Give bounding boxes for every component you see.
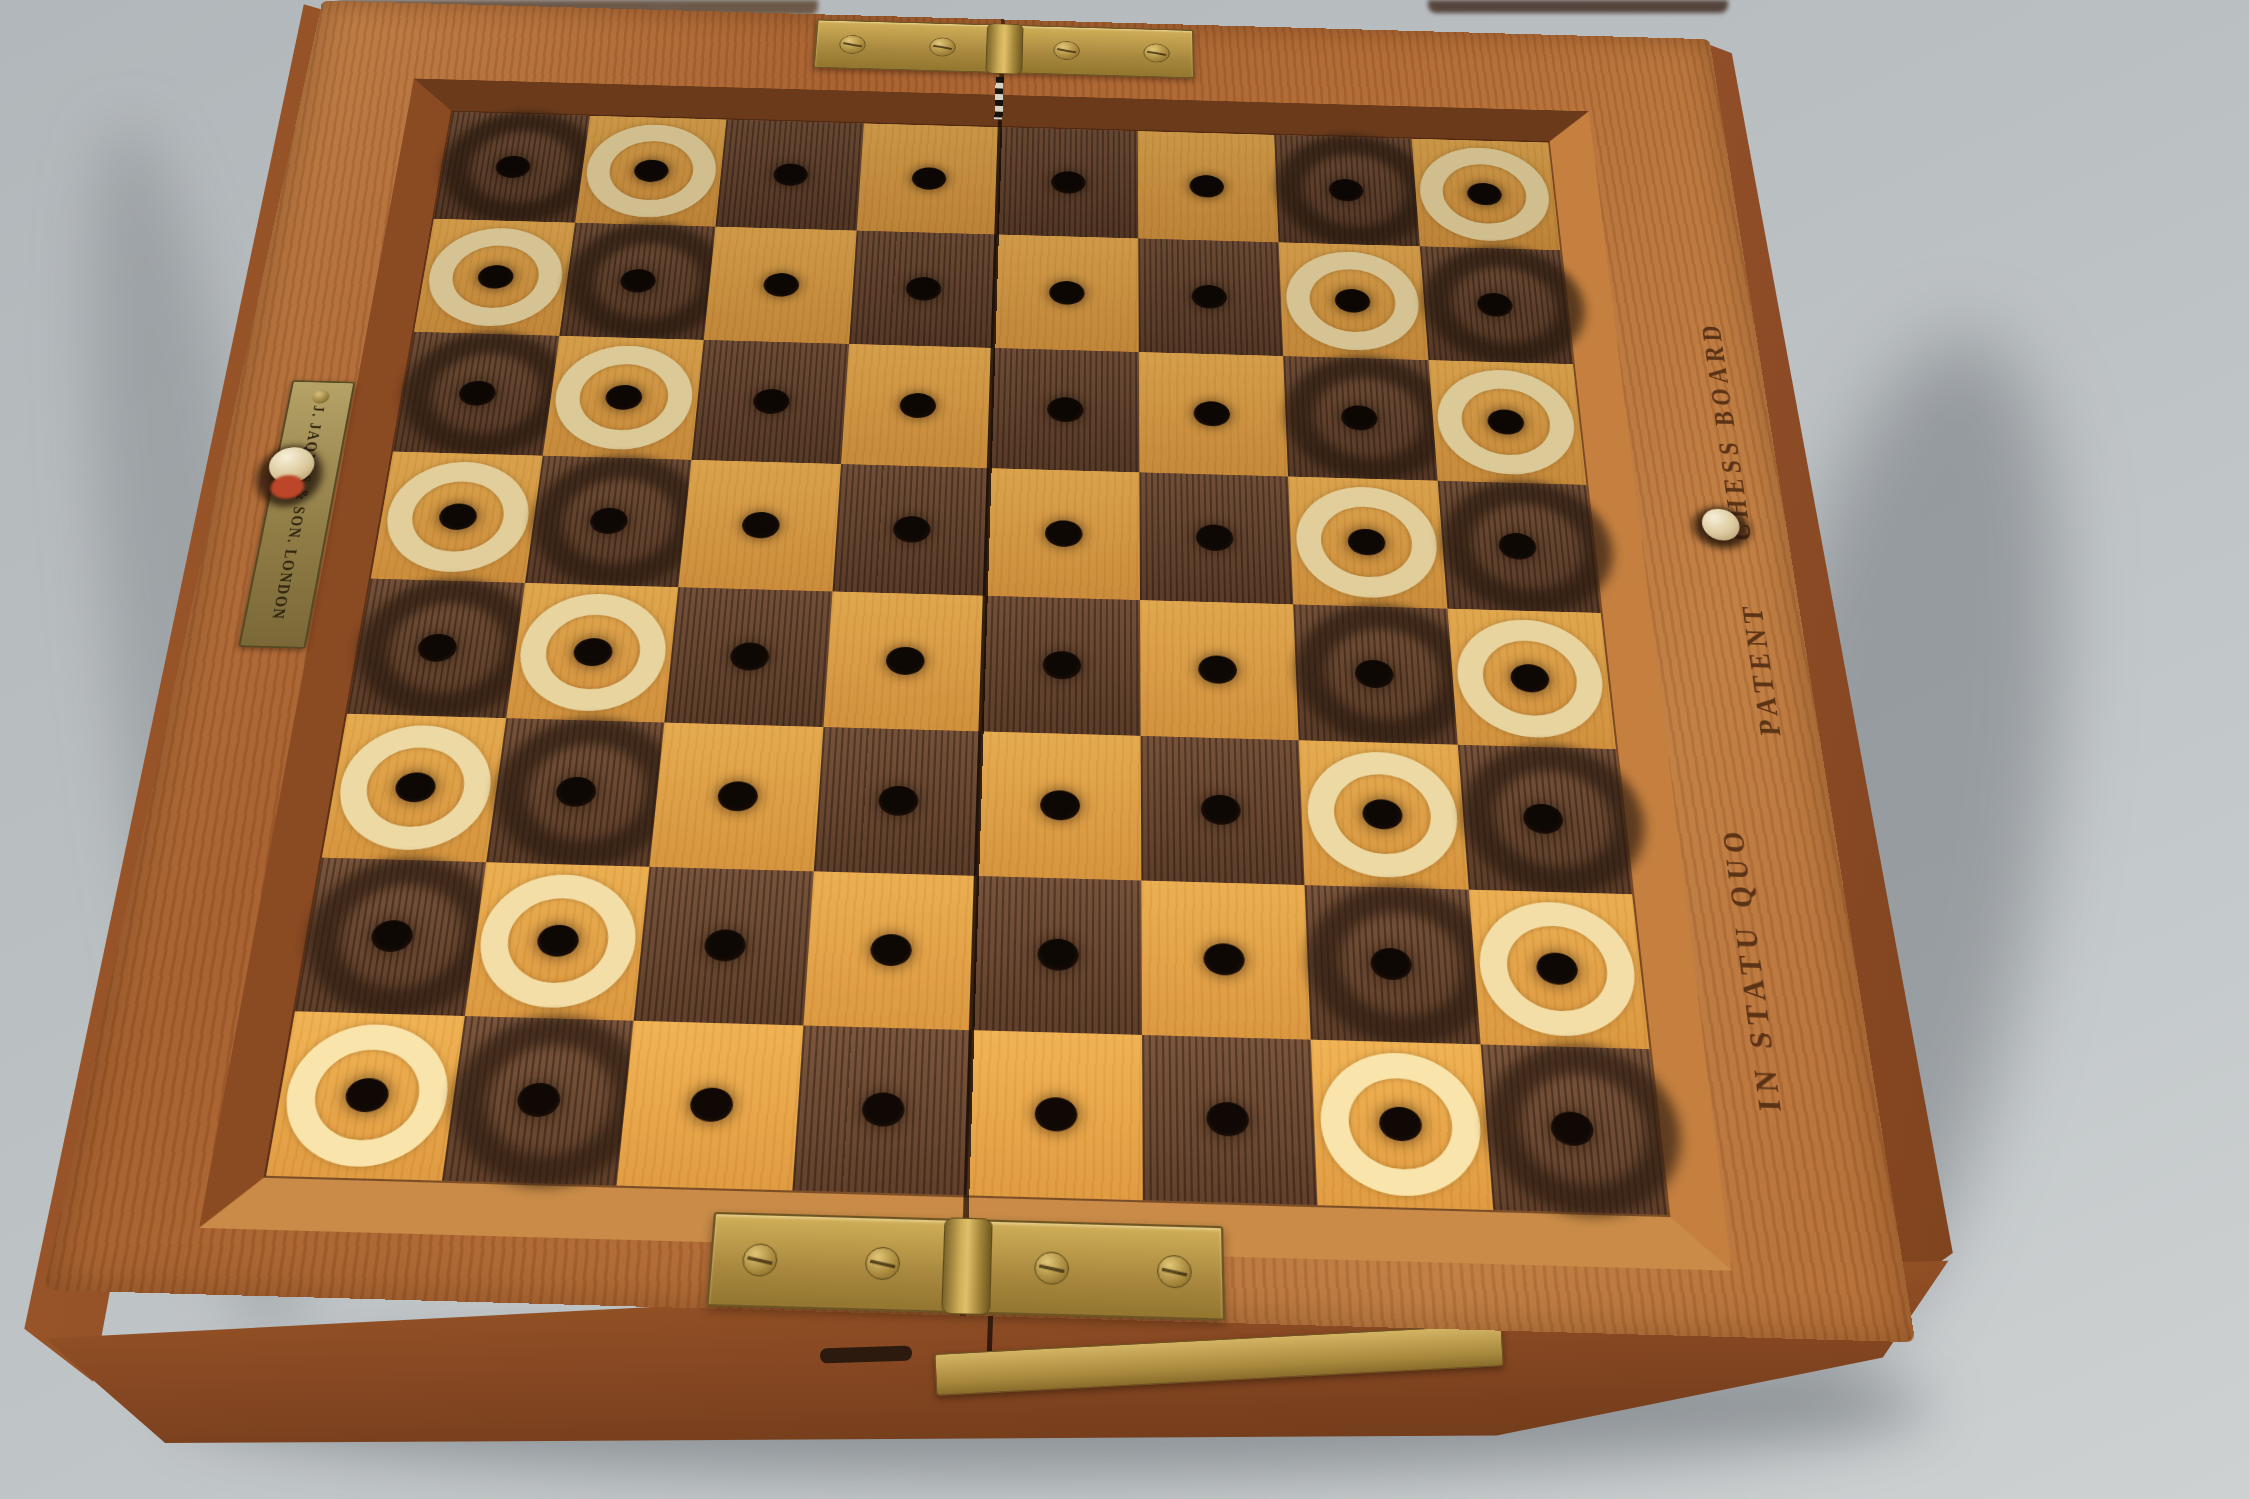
peg-hole [899,392,937,418]
fold-seam-pin [994,77,1003,120]
square-a2[interactable] [295,858,486,1016]
square-a4[interactable] [347,579,524,719]
square-d6[interactable] [841,344,994,468]
square-b1[interactable] [441,1016,633,1185]
square-b6[interactable] [542,336,704,460]
square-g2[interactable] [1305,885,1481,1044]
peg-hole [893,515,932,542]
peg-hole [1051,171,1086,194]
peg-hole [1042,650,1081,679]
square-c6[interactable] [691,340,848,464]
square-d7[interactable] [849,231,997,348]
square-d5[interactable] [832,464,990,596]
square-g3[interactable] [1299,740,1469,889]
peg-hole [1190,174,1225,197]
square-g5[interactable] [1288,477,1447,609]
square-b5[interactable] [525,456,692,588]
square-d8[interactable] [856,123,1000,234]
latch-slot [820,1345,912,1363]
screw-icon [929,37,956,56]
screw-icon [1053,41,1079,61]
peg-hole [1034,1096,1077,1131]
square-e4[interactable] [982,596,1141,736]
peg-hole [1203,942,1245,975]
square-f4[interactable] [1139,600,1298,740]
square-c4[interactable] [664,587,832,727]
square-a1[interactable] [266,1011,464,1180]
square-e1[interactable] [967,1030,1142,1200]
square-f8[interactable] [1137,131,1278,242]
peg-hole [772,163,808,186]
square-f1[interactable] [1141,1035,1317,1205]
peg-hole [1192,284,1228,308]
square-e5[interactable] [986,468,1140,600]
peg-hole [716,780,758,811]
square-h7[interactable] [1419,246,1573,364]
peg-hole [906,276,942,300]
hinge-knuckle [941,1217,993,1315]
peg-hole [886,646,926,675]
screw-icon [1034,1251,1069,1285]
bottom-hinge [706,1212,1225,1321]
peg-hole [912,167,947,190]
chess-box: J. JAQUES & SON. LONDON CHESS BOARD PATE… [44,0,1915,1342]
square-h6[interactable] [1428,360,1586,485]
square-h5[interactable] [1437,481,1600,613]
square-d3[interactable] [813,727,981,876]
square-e6[interactable] [990,348,1139,472]
square-h4[interactable] [1447,609,1616,749]
square-d4[interactable] [823,592,986,732]
screw-icon [1156,1255,1191,1289]
screw-icon [1144,43,1170,63]
square-e3[interactable] [977,731,1141,880]
square-g7[interactable] [1279,242,1428,360]
hinge-knuckle [985,23,1023,74]
peg-hole [1194,401,1231,427]
peg-hole [878,785,919,816]
peg-hole [1037,938,1079,971]
peg-hole [703,928,747,961]
peg-hole [1047,396,1084,422]
square-b7[interactable] [559,223,716,340]
peg-hole [689,1087,735,1122]
peg-hole [1045,520,1083,547]
peg-hole [861,1091,905,1126]
peg-hole [729,642,770,671]
square-f6[interactable] [1138,352,1288,477]
chess-board [266,112,1668,1215]
square-e7[interactable] [993,235,1138,353]
square-g6[interactable] [1283,356,1437,481]
square-c8[interactable] [715,120,863,231]
peg-hole [762,272,799,296]
photo-scene: J. JAQUES & SON. LONDON CHESS BOARD PATE… [0,0,2249,1499]
square-e2[interactable] [972,876,1141,1035]
peg-hole [1049,280,1085,304]
square-b8[interactable] [575,116,727,227]
square-c7[interactable] [704,227,856,344]
square-a7[interactable] [414,219,575,336]
square-b4[interactable] [506,583,679,723]
square-d2[interactable] [803,871,977,1030]
square-f3[interactable] [1140,736,1304,885]
square-a3[interactable] [322,714,506,863]
square-c1[interactable] [617,1021,803,1191]
square-b2[interactable] [464,862,649,1021]
square-f5[interactable] [1139,472,1293,604]
square-a6[interactable] [393,332,559,456]
square-e8[interactable] [997,127,1138,238]
peg-hole [741,511,781,538]
peg-hole [1201,794,1242,825]
square-g1[interactable] [1311,1040,1493,1210]
square-c5[interactable] [678,460,840,592]
square-c3[interactable] [649,723,822,872]
square-h3[interactable] [1457,745,1632,895]
screw-icon [311,390,331,404]
screw-icon [864,1247,900,1281]
square-c2[interactable] [634,867,814,1026]
square-h1[interactable] [1480,1044,1668,1214]
peg-hole [870,933,913,966]
square-b3[interactable] [486,718,665,867]
square-f2[interactable] [1141,881,1311,1040]
square-g8[interactable] [1274,135,1419,246]
screw-icon [742,1243,779,1277]
peg-hole [1206,1101,1249,1136]
square-h2[interactable] [1468,890,1649,1049]
brass-latch-strip [934,1324,1503,1396]
peg-hole [752,388,790,414]
peg-hole [1198,655,1237,684]
square-h8[interactable] [1411,139,1560,251]
peg-hole [1040,789,1080,820]
background-object-top-right [1428,0,1728,13]
square-d1[interactable] [792,1026,972,1196]
square-a5[interactable] [371,452,542,583]
peg-hole [1196,524,1234,551]
screw-icon [839,35,867,54]
square-g4[interactable] [1293,604,1457,744]
square-f7[interactable] [1138,238,1283,356]
square-a8[interactable] [434,112,590,223]
